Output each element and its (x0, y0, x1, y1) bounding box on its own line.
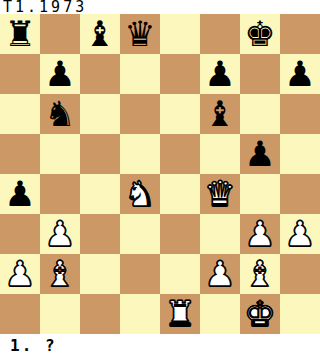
square-h7[interactable]: ♟ (280, 54, 320, 94)
chess-diagram-page: T1.1973 ♜♝♛♚♟♟♟♞♝♟♟♞♛♟♟♟♟♝♟♝♜♚ 1. ? (0, 0, 320, 360)
square-f4[interactable]: ♛ (200, 174, 240, 214)
square-g1[interactable]: ♚ (240, 294, 280, 334)
piece-white-queen[interactable]: ♛ (204, 174, 235, 214)
piece-white-bishop[interactable]: ♝ (44, 254, 75, 294)
square-d6[interactable] (120, 94, 160, 134)
square-g7[interactable] (240, 54, 280, 94)
square-f5[interactable] (200, 134, 240, 174)
piece-black-pawn[interactable]: ♟ (244, 134, 275, 174)
piece-white-knight[interactable]: ♞ (124, 174, 155, 214)
square-e2[interactable] (160, 254, 200, 294)
square-d3[interactable] (120, 214, 160, 254)
square-h3[interactable]: ♟ (280, 214, 320, 254)
piece-black-king[interactable]: ♚ (244, 14, 275, 54)
square-f1[interactable] (200, 294, 240, 334)
square-g8[interactable]: ♚ (240, 14, 280, 54)
piece-white-king[interactable]: ♚ (244, 294, 275, 334)
piece-black-knight[interactable]: ♞ (44, 94, 75, 134)
piece-white-pawn[interactable]: ♟ (44, 214, 75, 254)
square-b5[interactable] (40, 134, 80, 174)
square-a8[interactable]: ♜ (0, 14, 40, 54)
square-d5[interactable] (120, 134, 160, 174)
square-h4[interactable] (280, 174, 320, 214)
square-h1[interactable] (280, 294, 320, 334)
square-b7[interactable]: ♟ (40, 54, 80, 94)
piece-white-rook[interactable]: ♜ (164, 294, 195, 334)
square-c4[interactable] (80, 174, 120, 214)
piece-white-pawn[interactable]: ♟ (204, 254, 235, 294)
piece-black-pawn[interactable]: ♟ (44, 54, 75, 94)
square-a4[interactable]: ♟ (0, 174, 40, 214)
move-prompt: 1. ? (0, 334, 320, 360)
square-e4[interactable] (160, 174, 200, 214)
piece-black-pawn[interactable]: ♟ (284, 54, 315, 94)
square-h6[interactable] (280, 94, 320, 134)
piece-black-pawn[interactable]: ♟ (204, 54, 235, 94)
piece-white-bishop[interactable]: ♝ (244, 254, 275, 294)
square-f7[interactable]: ♟ (200, 54, 240, 94)
square-d1[interactable] (120, 294, 160, 334)
piece-black-bishop[interactable]: ♝ (204, 94, 235, 134)
piece-white-pawn[interactable]: ♟ (244, 214, 275, 254)
square-f6[interactable]: ♝ (200, 94, 240, 134)
square-h5[interactable] (280, 134, 320, 174)
square-d4[interactable]: ♞ (120, 174, 160, 214)
square-a6[interactable] (0, 94, 40, 134)
square-g2[interactable]: ♝ (240, 254, 280, 294)
piece-black-queen[interactable]: ♛ (124, 14, 155, 54)
square-f3[interactable] (200, 214, 240, 254)
square-h8[interactable] (280, 14, 320, 54)
square-e1[interactable]: ♜ (160, 294, 200, 334)
square-d2[interactable] (120, 254, 160, 294)
square-g5[interactable]: ♟ (240, 134, 280, 174)
square-c3[interactable] (80, 214, 120, 254)
puzzle-title: T1.1973 (0, 0, 320, 14)
square-b1[interactable] (40, 294, 80, 334)
square-e6[interactable] (160, 94, 200, 134)
square-a5[interactable] (0, 134, 40, 174)
square-f8[interactable] (200, 14, 240, 54)
square-b8[interactable] (40, 14, 80, 54)
square-a2[interactable]: ♟ (0, 254, 40, 294)
square-f2[interactable]: ♟ (200, 254, 240, 294)
square-c8[interactable]: ♝ (80, 14, 120, 54)
square-c7[interactable] (80, 54, 120, 94)
square-g4[interactable] (240, 174, 280, 214)
square-h2[interactable] (280, 254, 320, 294)
square-c5[interactable] (80, 134, 120, 174)
piece-black-rook[interactable]: ♜ (4, 14, 35, 54)
piece-black-pawn[interactable]: ♟ (4, 174, 35, 214)
square-b3[interactable]: ♟ (40, 214, 80, 254)
square-g3[interactable]: ♟ (240, 214, 280, 254)
square-c1[interactable] (80, 294, 120, 334)
chess-board: ♜♝♛♚♟♟♟♞♝♟♟♞♛♟♟♟♟♝♟♝♜♚ (0, 14, 320, 334)
square-e7[interactable] (160, 54, 200, 94)
square-d8[interactable]: ♛ (120, 14, 160, 54)
square-b6[interactable]: ♞ (40, 94, 80, 134)
square-g6[interactable] (240, 94, 280, 134)
piece-white-pawn[interactable]: ♟ (4, 254, 35, 294)
square-a1[interactable] (0, 294, 40, 334)
piece-black-bishop[interactable]: ♝ (84, 14, 115, 54)
square-e5[interactable] (160, 134, 200, 174)
square-b4[interactable] (40, 174, 80, 214)
square-c2[interactable] (80, 254, 120, 294)
square-e8[interactable] (160, 14, 200, 54)
square-d7[interactable] (120, 54, 160, 94)
square-e3[interactable] (160, 214, 200, 254)
piece-white-pawn[interactable]: ♟ (284, 214, 315, 254)
square-a7[interactable] (0, 54, 40, 94)
square-b2[interactable]: ♝ (40, 254, 80, 294)
square-c6[interactable] (80, 94, 120, 134)
square-a3[interactable] (0, 214, 40, 254)
